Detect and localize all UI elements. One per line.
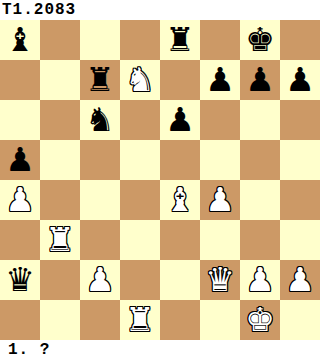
square-e4[interactable]: ♝︎ [160, 180, 200, 220]
square-a6[interactable] [0, 100, 40, 140]
piece-white-pawn: ♟︎ [245, 260, 275, 300]
square-d4[interactable] [120, 180, 160, 220]
square-f1[interactable] [200, 300, 240, 340]
piece-black-rook: ♜︎ [165, 20, 195, 60]
square-h8[interactable] [280, 20, 320, 60]
square-e7[interactable] [160, 60, 200, 100]
square-g5[interactable] [240, 140, 280, 180]
piece-black-pawn: ♟︎ [245, 60, 275, 100]
square-a5[interactable]: ♟︎ [0, 140, 40, 180]
square-c4[interactable] [80, 180, 120, 220]
piece-black-king: ♚︎ [245, 20, 275, 60]
piece-white-pawn: ♟︎ [285, 260, 315, 300]
move-prompt: 1. ? [0, 340, 320, 360]
square-b4[interactable] [40, 180, 80, 220]
square-c8[interactable] [80, 20, 120, 60]
square-f4[interactable]: ♟︎ [200, 180, 240, 220]
square-e1[interactable] [160, 300, 200, 340]
piece-white-bishop: ♝︎ [165, 180, 195, 220]
piece-black-rook: ♜︎ [85, 60, 115, 100]
puzzle-title: T1.2083 [0, 0, 320, 20]
square-d5[interactable] [120, 140, 160, 180]
square-d8[interactable] [120, 20, 160, 60]
piece-white-rook: ♜︎ [125, 300, 155, 340]
piece-black-knight: ♞︎ [85, 100, 115, 140]
piece-black-pawn: ♟︎ [5, 140, 35, 180]
square-c5[interactable] [80, 140, 120, 180]
square-e3[interactable] [160, 220, 200, 260]
square-h6[interactable] [280, 100, 320, 140]
square-d6[interactable] [120, 100, 160, 140]
square-d7[interactable]: ♞︎ [120, 60, 160, 100]
square-b2[interactable] [40, 260, 80, 300]
square-d3[interactable] [120, 220, 160, 260]
square-a2[interactable]: ♛︎ [0, 260, 40, 300]
square-a3[interactable] [0, 220, 40, 260]
square-g3[interactable] [240, 220, 280, 260]
square-h3[interactable] [280, 220, 320, 260]
piece-white-knight: ♞︎ [125, 60, 155, 100]
square-g6[interactable] [240, 100, 280, 140]
square-h2[interactable]: ♟︎ [280, 260, 320, 300]
square-h4[interactable] [280, 180, 320, 220]
square-c2[interactable]: ♟︎ [80, 260, 120, 300]
square-h1[interactable] [280, 300, 320, 340]
square-f8[interactable] [200, 20, 240, 60]
square-g8[interactable]: ♚︎ [240, 20, 280, 60]
square-f7[interactable]: ♟︎ [200, 60, 240, 100]
square-d2[interactable] [120, 260, 160, 300]
square-f6[interactable] [200, 100, 240, 140]
square-b7[interactable] [40, 60, 80, 100]
square-c1[interactable] [80, 300, 120, 340]
square-b8[interactable] [40, 20, 80, 60]
piece-black-pawn: ♟︎ [165, 100, 195, 140]
square-h5[interactable] [280, 140, 320, 180]
square-f3[interactable] [200, 220, 240, 260]
square-h7[interactable]: ♟︎ [280, 60, 320, 100]
piece-black-bishop: ♝︎ [5, 20, 35, 60]
square-e6[interactable]: ♟︎ [160, 100, 200, 140]
square-c3[interactable] [80, 220, 120, 260]
chess-board: ♝︎♜︎♚︎♜︎♞︎♟︎♟︎♟︎♞︎♟︎♟︎♟︎♝︎♟︎♜︎♛︎♟︎♛︎♟︎♟︎… [0, 20, 320, 340]
square-e5[interactable] [160, 140, 200, 180]
square-a8[interactable]: ♝︎ [0, 20, 40, 60]
square-f2[interactable]: ♛︎ [200, 260, 240, 300]
piece-white-pawn: ♟︎ [85, 260, 115, 300]
square-g1[interactable]: ♚︎ [240, 300, 280, 340]
square-b6[interactable] [40, 100, 80, 140]
square-a1[interactable] [0, 300, 40, 340]
square-c7[interactable]: ♜︎ [80, 60, 120, 100]
square-d1[interactable]: ♜︎ [120, 300, 160, 340]
square-b3[interactable]: ♜︎ [40, 220, 80, 260]
square-e8[interactable]: ♜︎ [160, 20, 200, 60]
square-a7[interactable] [0, 60, 40, 100]
piece-white-pawn: ♟︎ [205, 180, 235, 220]
piece-white-pawn: ♟︎ [5, 180, 35, 220]
piece-black-pawn: ♟︎ [205, 60, 235, 100]
piece-black-queen: ♛︎ [5, 260, 35, 300]
piece-white-king: ♚︎ [245, 300, 275, 340]
square-g2[interactable]: ♟︎ [240, 260, 280, 300]
square-g4[interactable] [240, 180, 280, 220]
square-c6[interactable]: ♞︎ [80, 100, 120, 140]
square-g7[interactable]: ♟︎ [240, 60, 280, 100]
square-e2[interactable] [160, 260, 200, 300]
square-b5[interactable] [40, 140, 80, 180]
square-f5[interactable] [200, 140, 240, 180]
piece-white-rook: ♜︎ [45, 220, 75, 260]
square-a4[interactable]: ♟︎ [0, 180, 40, 220]
square-b1[interactable] [40, 300, 80, 340]
piece-black-pawn: ♟︎ [285, 60, 315, 100]
piece-white-queen: ♛︎ [205, 260, 235, 300]
